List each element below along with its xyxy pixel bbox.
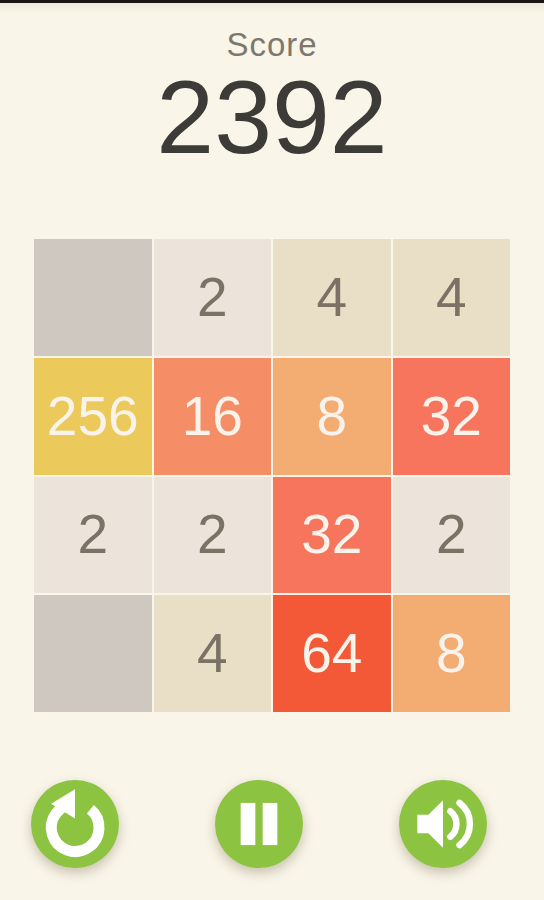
- tile-r2c2: 16: [154, 358, 272, 475]
- top-shadow: [0, 3, 544, 13]
- score-value: 2392: [0, 64, 544, 170]
- tile-value: 2: [436, 507, 467, 562]
- speaker-icon: [399, 780, 487, 868]
- tile-r2c1: 256: [34, 358, 152, 475]
- tile-r4c1: [34, 595, 152, 712]
- controls-bar: [0, 780, 544, 868]
- pause-button[interactable]: [215, 780, 303, 868]
- tile-r1c4: 4: [393, 239, 511, 356]
- tile-value: 64: [301, 626, 362, 681]
- tile-value: 8: [436, 626, 467, 681]
- tile-value: 32: [421, 389, 482, 444]
- tile-r4c2: 4: [154, 595, 272, 712]
- tile-value: 2: [77, 507, 108, 562]
- tile-r3c3: 32: [273, 477, 391, 594]
- tile-value: 8: [316, 389, 347, 444]
- tile-value: 32: [301, 507, 362, 562]
- tile-r2c3: 8: [273, 358, 391, 475]
- tile-r1c2: 2: [154, 239, 272, 356]
- tile-r3c2: 2: [154, 477, 272, 594]
- tile-r3c1: 2: [34, 477, 152, 594]
- tile-r3c4: 2: [393, 477, 511, 594]
- tile-r2c4: 32: [393, 358, 511, 475]
- restart-icon: [31, 780, 119, 868]
- tile-value: 16: [182, 389, 243, 444]
- board-grid[interactable]: 24425616832223224648: [34, 239, 510, 712]
- tile-r4c3: 64: [273, 595, 391, 712]
- tile-value: 4: [316, 270, 347, 325]
- pause-icon: [215, 780, 303, 868]
- tile-value: 256: [47, 389, 139, 444]
- tile-value: 4: [436, 270, 467, 325]
- tile-value: 2: [197, 270, 228, 325]
- tile-r1c1: [34, 239, 152, 356]
- restart-button[interactable]: [31, 780, 119, 868]
- tile-r4c4: 8: [393, 595, 511, 712]
- tile-value: 4: [197, 626, 228, 681]
- sound-button[interactable]: [399, 780, 487, 868]
- tile-value: 2: [197, 507, 228, 562]
- tile-r1c3: 4: [273, 239, 391, 356]
